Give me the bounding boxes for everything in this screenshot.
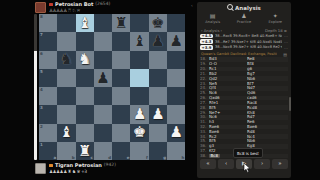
chess-square[interactable] [94,124,112,142]
black-move[interactable]: g6 [247,67,285,71]
black-move[interactable]: Re8 [247,57,285,61]
move-row: 29.Ne7+Kh8 [200,110,288,115]
chess-square[interactable]: 4 [39,87,57,105]
last-move-button[interactable]: » [272,159,288,169]
chess-square[interactable] [167,69,185,87]
white-rook-piece[interactable]: ♜ [76,142,94,160]
engine-lines: +4.538...Rxc8 39.Rxc8+ Be8 40.Rxe8+ Nd7 … [200,33,288,50]
bottom-player-flag-icon [49,164,53,167]
black-move[interactable]: Nb6 [247,77,285,81]
rank-label: 2 [40,125,43,129]
move-row: 35.Bf5Nb6 [200,139,288,144]
chess-square[interactable] [94,32,112,50]
black-move[interactable]: Kh8 [247,111,285,115]
white-move[interactable]: Qd2 [209,77,247,81]
black-move[interactable]: Bf7 [247,82,285,86]
white-move[interactable]: Rxe6 [209,125,247,129]
top-player-avatar[interactable] [35,2,46,13]
chess-square[interactable] [94,51,112,69]
previous-move-button[interactable]: ‹ [218,159,234,169]
move-row: 26.Qxd6cxd6 [200,96,288,101]
white-move[interactable]: Ne7+ [209,111,247,115]
black-move[interactable]: cxd6 [247,96,285,100]
chess-square[interactable] [112,32,130,50]
chess-square[interactable]: ♜ [112,14,130,32]
chess-square[interactable] [167,105,185,123]
chess-square[interactable] [76,69,94,87]
chess-square[interactable]: 1a [39,142,57,160]
move-row: 28.Bf5Rcd8 [200,105,288,110]
chess-square[interactable]: 7 [39,32,57,50]
white-move[interactable]: Bxe6 [209,130,247,134]
chess-square[interactable] [167,14,185,32]
practice-icon: ♟ [241,13,246,19]
file-label: g [163,156,166,160]
chess-square[interactable]: 5 [39,69,57,87]
expand-line-icon[interactable]: … [284,33,288,38]
black-move[interactable]: Bf8 [247,62,285,66]
chess-square[interactable] [130,87,148,105]
chess-square[interactable] [76,87,94,105]
opening-name[interactable]: Queen's Gambit Declined: Exchange, Posit… [201,52,277,56]
bottom-player-captured-pieces: ♟♟♟♟♟ ♜ ♞ ♛ +3 [49,170,116,175]
white-move[interactable]: Rc1 [209,67,247,71]
rank-label: 8 [40,15,43,19]
chess-square[interactable] [57,14,75,32]
chess-square[interactable] [167,51,185,69]
chess-square[interactable]: 3 [39,105,57,123]
chess-square[interactable] [112,69,130,87]
panel-toolbar: ▦↻⇕＋≡ ⚑⚙▣↗ [201,172,287,180]
toolbar-right-icons: ⚑⚙▣↗ [263,172,287,180]
white-bishop-piece[interactable]: ♝ [57,124,75,142]
chess-square[interactable]: h [167,142,185,160]
move-row: 33.Bxe6Rd8 [200,129,288,134]
chess-square[interactable] [112,105,130,123]
chess-square[interactable]: ♟ [149,105,167,123]
white-move[interactable]: Nc6 [209,115,247,119]
move-row: 18.Bd3Re8 [200,57,288,62]
black-pawn-piece[interactable]: ♟ [94,69,112,87]
white-pawn-piece[interactable]: ♟ [149,105,167,123]
bottom-player-rating: (942) [104,163,116,168]
white-move[interactable]: Nc6 [209,91,247,95]
file-label: f [146,156,148,160]
move-row: 19.O-OBf8 [200,62,288,67]
file-label: h [182,156,185,160]
rank-label: 7 [40,33,43,37]
chess-square[interactable] [130,69,148,87]
evaluation-bar-white-section [34,51,38,161]
chess-square[interactable]: ♞ [76,51,94,69]
evaluation-bar [34,14,38,160]
chess-square[interactable]: 2 [39,124,57,142]
move-row: 30.Nc6Rd7 [200,115,288,120]
white-move[interactable]: Bb2 [209,72,247,76]
chess-square[interactable]: ♟ [130,105,148,123]
white-move[interactable]: h3 [209,120,247,124]
move-tooltip: Bc8 is best [233,148,263,158]
black-move[interactable]: Nc4 [247,135,285,139]
chess-square[interactable]: ♝ [76,14,94,32]
white-knight-piece[interactable]: ♞ [76,51,94,69]
top-player-bar: Petrosian Bot (2654) ♙♙♙♙♙ ♖ ♘ ♕ [35,2,110,13]
black-move[interactable]: Bxe6 [247,125,285,129]
black-move[interactable]: Rd7 [247,115,285,119]
rank-label: 6 [40,52,43,56]
chess-square[interactable] [94,14,112,32]
rank-label: 1 [40,143,43,147]
white-pawn-piece[interactable]: ♟ [130,105,148,123]
toolbar-left-icons: ▦↻⇕＋≡ [201,172,231,180]
chess-square[interactable] [76,124,94,142]
white-move[interactable]: Bf5 [209,139,247,143]
chess-square[interactable]: ♞ [57,51,75,69]
eval-badge: +3.9 [200,45,213,50]
rank-label: 3 [40,106,43,110]
move-row: 31.h3Re6 [200,120,288,125]
bottom-player-name[interactable]: Tigran Petrosian [55,163,102,168]
bottom-player-avatar[interactable] [35,163,46,174]
panel-scrollbar[interactable] [289,97,291,111]
chess-square[interactable]: g [149,142,167,160]
expand-line-icon[interactable]: … [284,45,288,50]
black-pawn-piece[interactable]: ♟ [167,32,185,50]
move-row: 22.Qd2Nb6 [200,76,288,81]
panel-title: Analysis [197,4,291,11]
expand-line-icon[interactable]: … [284,39,288,44]
tab-analysis[interactable]: ▤Analysis [197,13,228,24]
chess-square[interactable]: ♟ [149,32,167,50]
file-label: e [127,156,130,160]
black-move[interactable]: Re6 [247,120,285,124]
chess-square[interactable] [57,87,75,105]
eval-badge: +4.3 [200,39,213,44]
white-king-piece[interactable]: ♚ [130,124,148,142]
chess-square[interactable]: ♚ [130,124,148,142]
chess-square[interactable] [112,87,130,105]
chess-square[interactable] [149,51,167,69]
top-player-captured-pieces: ♙♙♙♙♙ ♖ ♘ ♕ [49,9,110,14]
rank-label: 4 [40,88,43,92]
move-row: 25.Nc6Qd6 [200,91,288,96]
top-player-rating: (2654) [95,2,110,7]
white-move[interactable]: O-O [209,62,247,66]
chess-square[interactable] [94,87,112,105]
magnifier-icon [227,4,233,10]
black-pawn-piece[interactable]: ♟ [149,32,167,50]
white-move[interactable]: Rfe1 [209,101,247,105]
collapse-panel-icon[interactable]: ‹ [191,3,193,8]
white-move[interactable]: Ne5 [209,82,247,86]
eval-badge: +4.5 [200,34,213,39]
file-label: a [54,156,57,160]
tab-explore[interactable]: ✦Explore [260,13,291,24]
black-move[interactable]: Nb6 [247,139,285,143]
black-knight-piece[interactable]: ♞ [57,51,75,69]
black-move[interactable]: Rcd8 [247,106,285,110]
chess-square[interactable] [130,14,148,32]
chess-square[interactable]: ♟ [167,32,185,50]
top-player-name[interactable]: Petrosian Bot [55,2,93,7]
file-label: b [72,156,75,160]
file-label: d [108,156,111,160]
move-row: 34.Rc2Nc4 [200,134,288,139]
chess-square[interactable]: e [112,142,130,160]
move-row: 23.Ne5Bf7 [200,81,288,86]
chess-square[interactable]: c♜ [76,142,94,160]
black-move[interactable]: Bg7 [247,72,285,76]
first-move-button[interactable]: « [200,159,216,169]
chess-square[interactable] [149,124,167,142]
chess-square[interactable] [149,69,167,87]
chess-square[interactable]: 6 [39,51,57,69]
black-bishop-piece[interactable]: ♝ [130,32,148,50]
chess-square[interactable] [57,32,75,50]
chess-board[interactable]: 8♝♜♚7♝♟♟6♞♞5♟43♟♟2♝♚♟1abc♜defgh [39,14,185,160]
engine-line[interactable]: +3.938...Nxc8 39.Ne7+ Kf8 40.Nxc8 Re2+ 4… [200,45,288,51]
rank-label: 5 [40,70,43,74]
panel-tabs: ▤Analysis♟Practice✦Explore [197,13,291,24]
black-move[interactable]: Rac8 [247,101,285,105]
tab-practice[interactable]: ♟Practice [228,13,259,24]
opening-book-icon[interactable]: ▤ [283,52,287,57]
top-player-flag-icon [49,3,53,6]
explore-icon: ✦ [273,13,278,19]
chess-square[interactable]: ♟ [94,69,112,87]
chess-square[interactable]: ♝ [57,124,75,142]
chess-square[interactable] [112,51,130,69]
black-move[interactable]: Rd8 [247,130,285,134]
chess-analysis-screen: Petrosian Bot (2654) ♙♙♙♙♙ ♖ ♘ ♕ 8♝♜♚7♝♟… [0,0,320,180]
chess-square[interactable]: d [94,142,112,160]
opening-row: Queen's Gambit Declined: Exchange, Posit… [201,52,287,57]
white-pawn-piece[interactable]: ♟ [167,124,185,142]
mouse-cursor-icon [243,163,251,173]
move-row: 24.Qf4Nd7 [200,86,288,91]
white-move[interactable]: Qf4 [209,86,247,90]
white-move[interactable]: Bf5 [209,106,247,110]
bottom-player-bar: Tigran Petrosian (942) ♟♟♟♟♟ ♜ ♞ ♛ +3 [35,163,116,174]
white-bishop-piece[interactable]: ♝ [76,14,94,32]
chess-square[interactable] [94,105,112,123]
chess-square[interactable]: ♟ [167,124,185,142]
chess-square[interactable] [76,105,94,123]
chess-square[interactable] [149,87,167,105]
move-list[interactable]: 18.Bd3Re819.O-OBf820.Rc1g621.Bb2Bg722.Qd… [200,57,288,159]
move-row: 27.Rfe1Rac8 [200,100,288,105]
chess-square[interactable] [167,87,185,105]
chess-square[interactable] [57,105,75,123]
chess-square[interactable] [57,69,75,87]
black-king-piece[interactable]: ♚ [149,14,167,32]
chess-square[interactable]: f [130,142,148,160]
analysis-panel: ‹ Analysis ▤Analysis♟Practice✦Explore ‹ … [197,2,291,178]
black-move[interactable]: Nd7 [247,86,285,90]
chess-square[interactable]: 8 [39,14,57,32]
white-move[interactable]: Bd3 [209,57,247,61]
black-rook-piece[interactable]: ♜ [112,14,130,32]
black-move[interactable]: Qd6 [247,91,285,95]
chess-square[interactable] [76,32,94,50]
move-row: 32.Rxe6Bxe6 [200,125,288,130]
next-move-button[interactable]: › [254,159,270,169]
analysis-icon: ▤ [210,13,216,19]
move-row: 21.Bb2Bg7 [200,71,288,76]
white-move[interactable]: Rc2 [209,135,247,139]
white-move[interactable]: Qxd6 [209,96,247,100]
chess-square[interactable]: b [57,142,75,160]
chess-square[interactable] [130,51,148,69]
move-row: 20.Rc1g6 [200,67,288,72]
chess-square[interactable] [112,124,130,142]
chess-square[interactable]: ♝ [130,32,148,50]
chess-square[interactable]: ♚ [149,14,167,32]
